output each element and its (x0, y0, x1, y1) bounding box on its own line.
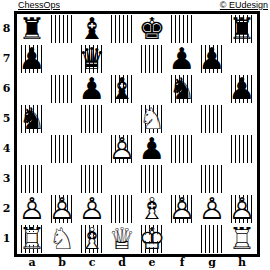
file-label-a: a (17, 257, 47, 270)
square-h3[interactable] (227, 164, 257, 194)
black-king-e8[interactable]: ♚ (135, 12, 169, 46)
black-pawn-c6[interactable]: ♟ (75, 72, 109, 106)
square-b6[interactable] (47, 74, 77, 104)
black-pawn-g7[interactable]: ♟ (195, 42, 229, 76)
square-g6[interactable] (197, 74, 227, 104)
square-e6[interactable] (137, 74, 167, 104)
square-c3[interactable] (77, 164, 107, 194)
square-c5[interactable] (77, 104, 107, 134)
black-bishop-c8[interactable]: ♝ (75, 12, 109, 46)
piece-fill: ♟ (195, 192, 229, 226)
square-b2[interactable]: ♟♙ (47, 194, 77, 224)
square-b3[interactable] (47, 164, 77, 194)
square-f8[interactable] (167, 14, 197, 44)
square-e1[interactable]: ♚♔ (137, 224, 167, 254)
square-a3[interactable] (17, 164, 47, 194)
piece-fill: ♞ (45, 222, 79, 256)
piece-fill: ♜ (15, 222, 49, 256)
square-f4[interactable] (167, 134, 197, 164)
rank-label-4: 4 (0, 134, 13, 164)
piece-fill: ♚ (135, 222, 169, 256)
square-h4[interactable] (227, 134, 257, 164)
square-h8[interactable]: ♜ (227, 14, 257, 44)
file-label-e: e (137, 257, 167, 270)
square-h2[interactable]: ♟♙ (227, 194, 257, 224)
piece-fill: ♝ (75, 222, 109, 256)
white-pawn-c2[interactable]: ♟♙ (75, 192, 109, 226)
piece-glyph: ♞ (165, 72, 199, 106)
file-label-g: g (197, 257, 227, 270)
black-pawn-h6[interactable]: ♟ (225, 72, 259, 106)
square-d3[interactable] (107, 164, 137, 194)
piece-fill: ♟ (15, 192, 49, 226)
square-b8[interactable] (47, 14, 77, 44)
square-g4[interactable] (197, 134, 227, 164)
piece-outline: ♙ (225, 192, 259, 226)
piece-glyph: ♝ (105, 72, 139, 106)
chess-board: ♜♝♚♜♟♛♟♟♟♝♞♟♞♞♘♟♙♟♟♙♟♙♟♙♝♗♟♙♟♙♟♙♜♖♞♘♝♗♛♕… (17, 14, 257, 254)
square-a8[interactable]: ♜ (17, 14, 47, 44)
square-b4[interactable] (47, 134, 77, 164)
square-e7[interactable] (137, 44, 167, 74)
square-e8[interactable]: ♚ (137, 14, 167, 44)
square-h1[interactable]: ♜♖ (227, 224, 257, 254)
square-b7[interactable] (47, 44, 77, 74)
white-pawn-a2[interactable]: ♟♙ (15, 192, 49, 226)
square-f7[interactable]: ♟ (167, 44, 197, 74)
square-a1[interactable]: ♜♖ (17, 224, 47, 254)
rank-label-3: 3 (0, 164, 13, 194)
piece-glyph: ♝ (75, 12, 109, 46)
square-e4[interactable]: ♟ (137, 134, 167, 164)
piece-fill: ♟ (45, 192, 79, 226)
black-queen-c7[interactable]: ♛ (75, 42, 109, 76)
square-f2[interactable]: ♟♙ (167, 194, 197, 224)
square-d1[interactable]: ♛♕ (107, 224, 137, 254)
rank-label-5: 5 (0, 104, 13, 134)
black-rook-h8[interactable]: ♜ (225, 12, 259, 46)
piece-glyph: ♟ (195, 42, 229, 76)
piece-fill: ♛ (105, 222, 139, 256)
piece-glyph: ♟ (225, 72, 259, 106)
square-c7[interactable]: ♛ (77, 44, 107, 74)
black-pawn-a7[interactable]: ♟ (15, 42, 49, 76)
square-c4[interactable] (77, 134, 107, 164)
piece-glyph: ♞ (15, 102, 49, 136)
black-knight-a5[interactable]: ♞ (15, 102, 49, 136)
black-pawn-f7[interactable]: ♟ (165, 42, 199, 76)
square-d5[interactable] (107, 104, 137, 134)
app-title-link[interactable]: ChessOps (18, 0, 60, 10)
square-c8[interactable]: ♝ (77, 14, 107, 44)
square-e3[interactable] (137, 164, 167, 194)
white-king-e1[interactable]: ♚♔ (135, 222, 169, 256)
square-h7[interactable] (227, 44, 257, 74)
piece-fill: ♟ (105, 132, 139, 166)
piece-outline: ♙ (75, 192, 109, 226)
file-label-f: f (167, 257, 197, 270)
square-a2[interactable]: ♟♙ (17, 194, 47, 224)
piece-fill: ♞ (135, 102, 169, 136)
piece-glyph: ♚ (135, 12, 169, 46)
white-pawn-d4[interactable]: ♟♙ (105, 132, 139, 166)
white-pawn-g2[interactable]: ♟♙ (195, 192, 229, 226)
square-c6[interactable]: ♟ (77, 74, 107, 104)
square-g2[interactable]: ♟♙ (197, 194, 227, 224)
rank-label-6: 6 (0, 74, 13, 104)
piece-outline: ♔ (135, 222, 169, 256)
square-f3[interactable] (167, 164, 197, 194)
square-a5[interactable]: ♞ (17, 104, 47, 134)
piece-outline: ♘ (135, 102, 169, 136)
piece-outline: ♙ (105, 132, 139, 166)
piece-outline: ♗ (135, 192, 169, 226)
piece-outline: ♙ (195, 192, 229, 226)
white-pawn-f2[interactable]: ♟♙ (165, 192, 199, 226)
square-a7[interactable]: ♟ (17, 44, 47, 74)
piece-fill: ♟ (75, 192, 109, 226)
white-bishop-e2[interactable]: ♝♗ (135, 192, 169, 226)
piece-glyph: ♟ (75, 72, 109, 106)
piece-glyph: ♛ (75, 42, 109, 76)
square-c1[interactable]: ♝♗ (77, 224, 107, 254)
piece-outline: ♖ (15, 222, 49, 256)
chess-board-frame: ♜♝♚♜♟♛♟♟♟♝♞♟♞♞♘♟♙♟♟♙♟♙♟♙♝♗♟♙♟♙♟♙♜♖♞♘♝♗♛♕… (14, 11, 260, 257)
piece-glyph: ♟ (15, 42, 49, 76)
piece-outline: ♙ (165, 192, 199, 226)
square-a4[interactable] (17, 134, 47, 164)
piece-glyph: ♟ (135, 132, 169, 166)
white-queen-d1[interactable]: ♛♕ (105, 222, 139, 256)
black-knight-f6[interactable]: ♞ (165, 72, 199, 106)
rank-label-1: 1 (0, 224, 13, 254)
black-rook-a8[interactable]: ♜ (15, 12, 49, 46)
rank-label-2: 2 (0, 194, 13, 224)
square-g5[interactable] (197, 104, 227, 134)
piece-outline: ♕ (105, 222, 139, 256)
square-d4[interactable]: ♟♙ (107, 134, 137, 164)
file-label-c: c (77, 257, 107, 270)
piece-glyph: ♜ (15, 12, 49, 46)
square-h6[interactable]: ♟ (227, 74, 257, 104)
square-c2[interactable]: ♟♙ (77, 194, 107, 224)
square-d7[interactable] (107, 44, 137, 74)
black-pawn-e4[interactable]: ♟ (135, 132, 169, 166)
piece-fill: ♟ (165, 192, 199, 226)
square-e5[interactable]: ♞♘ (137, 104, 167, 134)
white-pawn-b2[interactable]: ♟♙ (45, 192, 79, 226)
square-f5[interactable] (167, 104, 197, 134)
piece-glyph: ♟ (165, 42, 199, 76)
piece-fill: ♟ (225, 192, 259, 226)
file-label-b: b (47, 257, 77, 270)
rank-label-7: 7 (0, 44, 13, 74)
white-knight-b1[interactable]: ♞♘ (45, 222, 79, 256)
square-g8[interactable] (197, 14, 227, 44)
rank-label-8: 8 (0, 14, 13, 44)
piece-fill: ♝ (135, 192, 169, 226)
square-g3[interactable] (197, 164, 227, 194)
square-b5[interactable] (47, 104, 77, 134)
white-bishop-c1[interactable]: ♝♗ (75, 222, 109, 256)
credit-link[interactable]: © EUdesign (220, 0, 268, 10)
piece-outline: ♘ (45, 222, 79, 256)
file-label-h: h (227, 257, 257, 270)
square-h5[interactable] (227, 104, 257, 134)
piece-outline: ♖ (225, 222, 259, 256)
square-f1[interactable] (167, 224, 197, 254)
white-rook-h1[interactable]: ♜♖ (225, 222, 259, 256)
file-label-d: d (107, 257, 137, 270)
chessops-window: ChessOps © EUdesign ♜♝♚♜♟♛♟♟♟♝♞♟♞♞♘♟♙♟♟♙… (0, 0, 270, 270)
piece-glyph: ♜ (225, 12, 259, 46)
black-bishop-d6[interactable]: ♝ (105, 72, 139, 106)
piece-fill: ♜ (225, 222, 259, 256)
square-d6[interactable]: ♝ (107, 74, 137, 104)
square-d2[interactable] (107, 194, 137, 224)
white-pawn-h2[interactable]: ♟♙ (225, 192, 259, 226)
square-f6[interactable]: ♞ (167, 74, 197, 104)
white-rook-a1[interactable]: ♜♖ (15, 222, 49, 256)
piece-outline: ♗ (75, 222, 109, 256)
square-a6[interactable] (17, 74, 47, 104)
square-g1[interactable] (197, 224, 227, 254)
square-d8[interactable] (107, 14, 137, 44)
white-knight-e5[interactable]: ♞♘ (135, 102, 169, 136)
piece-outline: ♙ (15, 192, 49, 226)
piece-outline: ♙ (45, 192, 79, 226)
square-g7[interactable]: ♟ (197, 44, 227, 74)
header-bar: ChessOps © EUdesign (0, 0, 270, 11)
square-e2[interactable]: ♝♗ (137, 194, 167, 224)
square-b1[interactable]: ♞♘ (47, 224, 77, 254)
